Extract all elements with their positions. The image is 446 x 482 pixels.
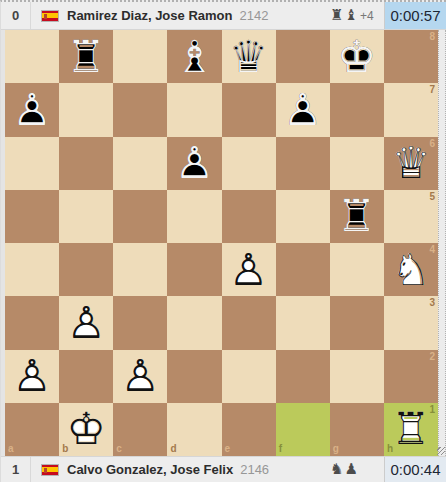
square-a6[interactable] (5, 137, 59, 190)
piece-black-pawn: ♟♙ (5, 83, 59, 136)
live-chess-widget: 0 Ramirez Diaz, Jose Ramon 2142 ♜♝ +4 0:… (0, 0, 446, 482)
square-e6[interactable] (222, 137, 276, 190)
bottom-player-score: 1 (1, 457, 31, 482)
square-e2[interactable] (222, 350, 276, 403)
board-area: ♜♖♝♗♛♕♚♔8♟♙♟♙7♟♙♛♕6♜♖5♟♙♞♘4♟♙3♟♙♟♙2a♚♔bc… (1, 30, 446, 456)
bottom-player-rating: 2146 (240, 462, 269, 477)
square-c1[interactable]: c (113, 403, 167, 456)
square-b7[interactable] (59, 83, 113, 136)
file-label-b: b (62, 444, 68, 454)
square-a8[interactable] (5, 30, 59, 83)
piece-black-rook: ♜♖ (330, 190, 384, 243)
square-g2[interactable] (330, 350, 384, 403)
rank-label-4: 4 (429, 245, 435, 255)
square-g4[interactable] (330, 243, 384, 296)
square-e5[interactable] (222, 190, 276, 243)
piece-outline: ♗ (167, 30, 221, 83)
black-knight-icon: ♞ (330, 462, 343, 477)
square-d1[interactable]: d (167, 403, 221, 456)
square-g3[interactable] (330, 296, 384, 349)
square-e7[interactable] (222, 83, 276, 136)
file-label-a: a (8, 444, 14, 454)
file-label-g: g (333, 444, 339, 454)
square-f8[interactable] (276, 30, 330, 83)
file-label-e: e (225, 444, 231, 454)
square-c8[interactable] (113, 30, 167, 83)
square-a1[interactable]: a (5, 403, 59, 456)
material-advantage-label: +4 (360, 9, 378, 23)
top-player-score: 0 (1, 2, 31, 29)
square-a5[interactable] (5, 190, 59, 243)
square-a2[interactable]: ♟♙ (5, 350, 59, 403)
black-bishop-icon: ♝ (345, 8, 358, 23)
square-c6[interactable] (113, 137, 167, 190)
piece-black-rook: ♜♖ (59, 30, 113, 83)
square-g7[interactable] (330, 83, 384, 136)
square-f2[interactable] (276, 350, 330, 403)
top-player-name: Ramirez Diaz, Jose Ramon (67, 8, 232, 23)
square-h3[interactable]: 3 (384, 296, 438, 349)
square-e3[interactable] (222, 296, 276, 349)
rank-label-8: 8 (429, 32, 435, 42)
spain-flag-icon (41, 10, 59, 22)
rank-label-2: 2 (429, 352, 435, 362)
black-rook-icon: ♜ (330, 8, 343, 23)
piece-outline: ♕ (222, 30, 276, 83)
square-c5[interactable] (113, 190, 167, 243)
piece-white-pawn: ♟♙ (5, 350, 59, 403)
piece-white-pawn: ♟♙ (59, 296, 113, 349)
square-b3[interactable]: ♟♙ (59, 296, 113, 349)
piece-black-pawn: ♟♙ (276, 83, 330, 136)
square-f6[interactable] (276, 137, 330, 190)
piece-outline: ♖ (330, 190, 384, 243)
square-h7[interactable]: 7 (384, 83, 438, 136)
board-right-gutter (438, 30, 446, 456)
piece-outline: ♙ (222, 243, 276, 296)
piece-black-bishop: ♝♗ (167, 30, 221, 83)
square-f7[interactable]: ♟♙ (276, 83, 330, 136)
square-d8[interactable]: ♝♗ (167, 30, 221, 83)
square-d3[interactable] (167, 296, 221, 349)
file-label-c: c (116, 444, 122, 454)
bottom-player-name: Calvo Gonzalez, Jose Felix (67, 462, 233, 477)
square-h1[interactable]: ♜♖1h (384, 403, 438, 456)
piece-white-pawn: ♟♙ (113, 350, 167, 403)
square-g8[interactable]: ♚♔ (330, 30, 384, 83)
piece-outline: ♙ (5, 350, 59, 403)
square-f5[interactable] (276, 190, 330, 243)
spain-flag-icon (41, 464, 59, 476)
file-label-d: d (170, 444, 176, 454)
rank-label-6: 6 (429, 139, 435, 149)
top-player-bar: 0 Ramirez Diaz, Jose Ramon 2142 ♜♝ +4 0:… (1, 2, 446, 30)
square-f1[interactable]: f (276, 403, 330, 456)
top-player-clock: 0:00:57 (384, 2, 446, 29)
top-player-material-icons: ♜♝ (330, 8, 358, 23)
square-b2[interactable] (59, 350, 113, 403)
flag-emblem (44, 468, 47, 473)
rank-label-3: 3 (429, 298, 435, 308)
square-a3[interactable] (5, 296, 59, 349)
square-b4[interactable] (59, 243, 113, 296)
square-f3[interactable] (276, 296, 330, 349)
square-d4[interactable] (167, 243, 221, 296)
square-e4[interactable]: ♟♙ (222, 243, 276, 296)
flag-emblem (44, 14, 47, 19)
square-a4[interactable] (5, 243, 59, 296)
square-h2[interactable]: 2 (384, 350, 438, 403)
chess-board: ♜♖♝♗♛♕♚♔8♟♙♟♙7♟♙♛♕6♜♖5♟♙♞♘4♟♙3♟♙♟♙2a♚♔bc… (5, 30, 438, 456)
square-b1[interactable]: ♚♔b (59, 403, 113, 456)
square-c7[interactable] (113, 83, 167, 136)
bottom-player-clock: 0:00:44 (384, 457, 446, 482)
resize-grip[interactable] (437, 447, 445, 455)
piece-outline: ♙ (276, 83, 330, 136)
square-c4[interactable] (113, 243, 167, 296)
square-g1[interactable]: g (330, 403, 384, 456)
square-f4[interactable] (276, 243, 330, 296)
black-pawn-icon: ♟ (345, 462, 358, 477)
square-c3[interactable] (113, 296, 167, 349)
square-d6[interactable]: ♟♙ (167, 137, 221, 190)
square-h5[interactable]: 5 (384, 190, 438, 243)
square-d2[interactable] (167, 350, 221, 403)
square-e8[interactable]: ♛♕ (222, 30, 276, 83)
piece-black-pawn: ♟♙ (167, 137, 221, 190)
square-c2[interactable]: ♟♙ (113, 350, 167, 403)
bottom-player-material-icons: ♞♟ (330, 462, 358, 477)
square-h6[interactable]: ♛♕6 (384, 137, 438, 190)
piece-outline: ♖ (59, 30, 113, 83)
bottom-player-bar: 1 Calvo Gonzalez, Jose Felix 2146 ♞♟ 0:0… (1, 456, 446, 482)
piece-outline: ♔ (330, 30, 384, 83)
square-e1[interactable]: e (222, 403, 276, 456)
piece-outline: ♙ (113, 350, 167, 403)
square-h8[interactable]: 8 (384, 30, 438, 83)
rank-label-1: 1 (429, 405, 435, 415)
square-a7[interactable]: ♟♙ (5, 83, 59, 136)
square-h4[interactable]: ♞♘4 (384, 243, 438, 296)
square-b6[interactable] (59, 137, 113, 190)
piece-white-pawn: ♟♙ (222, 243, 276, 296)
file-label-f: f (279, 444, 282, 454)
piece-outline: ♙ (167, 137, 221, 190)
file-label-h: h (387, 444, 393, 454)
square-b5[interactable] (59, 190, 113, 243)
square-d5[interactable] (167, 190, 221, 243)
piece-outline: ♙ (5, 83, 59, 136)
piece-black-queen: ♛♕ (222, 30, 276, 83)
square-g5[interactable]: ♜♖ (330, 190, 384, 243)
piece-outline: ♙ (59, 296, 113, 349)
square-b8[interactable]: ♜♖ (59, 30, 113, 83)
square-d7[interactable] (167, 83, 221, 136)
piece-black-king: ♚♔ (330, 30, 384, 83)
top-player-rating: 2142 (239, 8, 268, 23)
rank-label-5: 5 (429, 192, 435, 202)
rank-label-7: 7 (429, 85, 435, 95)
square-g6[interactable] (330, 137, 384, 190)
